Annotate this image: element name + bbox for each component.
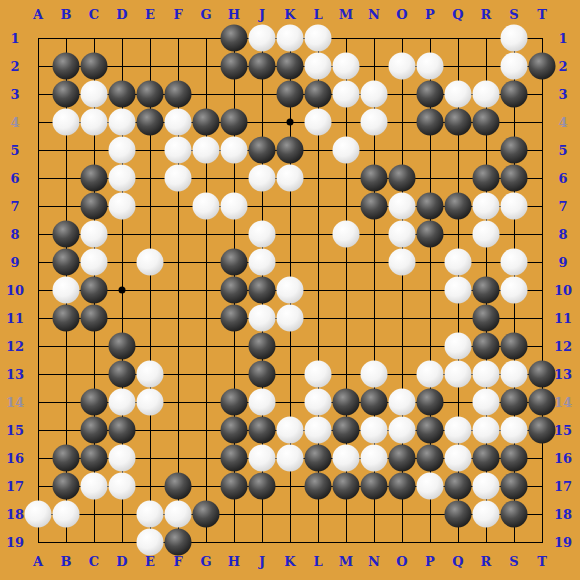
column-label-bottom: N (368, 555, 380, 568)
row-label-left: 1 (10, 32, 19, 45)
stone-black[interactable] (529, 389, 556, 416)
stone-white[interactable] (277, 417, 304, 444)
stone-black[interactable] (445, 109, 472, 136)
stone-white[interactable] (473, 501, 500, 528)
stone-black[interactable] (473, 277, 500, 304)
stone-black[interactable] (249, 137, 276, 164)
column-label-bottom: O (396, 555, 407, 568)
column-label-bottom: B (61, 555, 72, 568)
column-label-top: K (284, 8, 295, 21)
column-label-top: Q (452, 8, 463, 21)
row-label-left: 7 (10, 200, 19, 213)
stone-white[interactable] (221, 193, 248, 220)
stone-black[interactable] (249, 277, 276, 304)
stone-white[interactable] (389, 53, 416, 80)
stone-black[interactable] (445, 501, 472, 528)
row-label-left: 2 (10, 60, 19, 73)
stone-black[interactable] (221, 417, 248, 444)
stone-white[interactable] (277, 445, 304, 472)
column-label-bottom: J (259, 555, 265, 568)
stone-white[interactable] (249, 389, 276, 416)
stone-black[interactable] (473, 333, 500, 360)
column-label-bottom: A (33, 555, 43, 568)
stone-white[interactable] (333, 221, 360, 248)
row-label-right: 18 (554, 508, 572, 521)
column-label-top: C (89, 8, 99, 21)
stone-white[interactable] (193, 137, 220, 164)
row-label-left: 17 (6, 480, 24, 493)
row-label-left: 10 (6, 284, 24, 297)
stone-black[interactable] (81, 165, 108, 192)
stone-white[interactable] (389, 249, 416, 276)
stone-black[interactable] (529, 53, 556, 80)
row-label-left: 16 (6, 452, 24, 465)
column-label-bottom: R (481, 555, 492, 568)
stone-white[interactable] (109, 445, 136, 472)
stone-white[interactable] (501, 193, 528, 220)
stone-white[interactable] (137, 361, 164, 388)
stone-black[interactable] (221, 109, 248, 136)
column-label-top: E (145, 8, 155, 21)
column-label-top: P (425, 8, 435, 21)
stone-white[interactable] (305, 389, 332, 416)
stone-white[interactable] (109, 193, 136, 220)
stone-white[interactable] (473, 193, 500, 220)
stone-black[interactable] (473, 109, 500, 136)
stone-white[interactable] (389, 389, 416, 416)
stone-white[interactable] (417, 473, 444, 500)
stone-white[interactable] (249, 249, 276, 276)
stone-black[interactable] (137, 81, 164, 108)
stone-black[interactable] (81, 53, 108, 80)
row-label-right: 11 (554, 312, 572, 325)
stone-black[interactable] (221, 305, 248, 332)
stone-black[interactable] (333, 389, 360, 416)
stone-white[interactable] (277, 305, 304, 332)
stone-white[interactable] (389, 417, 416, 444)
stone-white[interactable] (305, 361, 332, 388)
stone-black[interactable] (305, 81, 332, 108)
stone-white[interactable] (333, 81, 360, 108)
column-label-bottom: F (173, 555, 182, 568)
stone-white[interactable] (445, 333, 472, 360)
stone-white[interactable] (25, 501, 52, 528)
stone-white[interactable] (333, 445, 360, 472)
stone-black[interactable] (221, 389, 248, 416)
star-point (119, 287, 126, 294)
stone-black[interactable] (417, 389, 444, 416)
stone-white[interactable] (473, 81, 500, 108)
row-label-left: 18 (6, 508, 24, 521)
stone-black[interactable] (53, 473, 80, 500)
stone-black[interactable] (81, 445, 108, 472)
stone-white[interactable] (137, 501, 164, 528)
stone-white[interactable] (361, 445, 388, 472)
row-label-left: 19 (6, 536, 24, 549)
stone-black[interactable] (109, 81, 136, 108)
stone-black[interactable] (81, 389, 108, 416)
stone-black[interactable] (529, 361, 556, 388)
stone-black[interactable] (333, 417, 360, 444)
column-label-top: B (61, 8, 72, 21)
stone-black[interactable] (417, 445, 444, 472)
stone-white[interactable] (473, 473, 500, 500)
column-label-top: S (509, 8, 518, 21)
row-label-right: 4 (558, 116, 567, 129)
stone-black[interactable] (109, 333, 136, 360)
stone-black[interactable] (501, 137, 528, 164)
stone-black[interactable] (417, 221, 444, 248)
column-label-top: L (313, 8, 322, 21)
stone-white[interactable] (109, 109, 136, 136)
stone-white[interactable] (249, 445, 276, 472)
stone-white[interactable] (53, 501, 80, 528)
stone-black[interactable] (109, 361, 136, 388)
stone-black[interactable] (53, 249, 80, 276)
column-label-bottom: T (537, 555, 547, 568)
stone-white[interactable] (249, 221, 276, 248)
stone-white[interactable] (361, 81, 388, 108)
stone-white[interactable] (137, 529, 164, 556)
stone-white[interactable] (445, 361, 472, 388)
stone-black[interactable] (361, 165, 388, 192)
row-label-right: 17 (554, 480, 572, 493)
stone-white[interactable] (81, 109, 108, 136)
stone-black[interactable] (389, 473, 416, 500)
stone-white[interactable] (277, 277, 304, 304)
stone-black[interactable] (165, 529, 192, 556)
column-label-top: O (396, 8, 407, 21)
stone-black[interactable] (249, 473, 276, 500)
stone-white[interactable] (137, 249, 164, 276)
stone-white[interactable] (305, 25, 332, 52)
stone-white[interactable] (109, 165, 136, 192)
stone-black[interactable] (53, 221, 80, 248)
row-label-right: 13 (554, 368, 572, 381)
stone-black[interactable] (249, 361, 276, 388)
stone-black[interactable] (53, 445, 80, 472)
stone-black[interactable] (53, 305, 80, 332)
stone-black[interactable] (389, 165, 416, 192)
stone-white[interactable] (81, 249, 108, 276)
column-label-bottom: E (145, 555, 155, 568)
row-label-left: 3 (10, 88, 19, 101)
stone-black[interactable] (389, 445, 416, 472)
stone-white[interactable] (501, 361, 528, 388)
stone-black[interactable] (221, 53, 248, 80)
stone-black[interactable] (445, 473, 472, 500)
row-label-right: 7 (558, 200, 567, 213)
stone-black[interactable] (333, 473, 360, 500)
stone-black[interactable] (417, 417, 444, 444)
stone-black[interactable] (193, 501, 220, 528)
row-label-left: 14 (6, 396, 24, 409)
column-label-bottom: C (89, 555, 99, 568)
stone-white[interactable] (417, 53, 444, 80)
stone-black[interactable] (501, 473, 528, 500)
stone-white[interactable] (81, 473, 108, 500)
stone-white[interactable] (333, 53, 360, 80)
stone-black[interactable] (473, 445, 500, 472)
stone-black[interactable] (417, 109, 444, 136)
column-label-bottom: K (284, 555, 295, 568)
row-label-right: 10 (554, 284, 572, 297)
stone-white[interactable] (333, 137, 360, 164)
stone-white[interactable] (445, 417, 472, 444)
column-label-top: J (259, 8, 265, 21)
stone-white[interactable] (417, 361, 444, 388)
stone-white[interactable] (389, 221, 416, 248)
stone-white[interactable] (249, 25, 276, 52)
stone-white[interactable] (305, 109, 332, 136)
stone-white[interactable] (445, 445, 472, 472)
stone-black[interactable] (81, 417, 108, 444)
stone-black[interactable] (249, 333, 276, 360)
row-label-right: 8 (558, 228, 567, 241)
stone-white[interactable] (501, 249, 528, 276)
stone-black[interactable] (109, 417, 136, 444)
stone-black[interactable] (361, 389, 388, 416)
stone-white[interactable] (109, 389, 136, 416)
stone-black[interactable] (417, 81, 444, 108)
column-label-top: H (228, 8, 240, 21)
stone-black[interactable] (81, 193, 108, 220)
stone-white[interactable] (193, 193, 220, 220)
stone-white[interactable] (109, 137, 136, 164)
stone-white[interactable] (165, 109, 192, 136)
stone-white[interactable] (501, 25, 528, 52)
stone-black[interactable] (221, 445, 248, 472)
stone-white[interactable] (249, 165, 276, 192)
row-label-right: 2 (558, 60, 567, 73)
stone-white[interactable] (221, 137, 248, 164)
stone-black[interactable] (137, 109, 164, 136)
go-board: AABBCCDDEEFFGGHHJJKKLLMMNNOOPPQQRRSSTT11… (0, 0, 580, 580)
stone-black[interactable] (193, 109, 220, 136)
stone-white[interactable] (277, 25, 304, 52)
stone-black[interactable] (501, 389, 528, 416)
stone-black[interactable] (53, 53, 80, 80)
stone-white[interactable] (445, 277, 472, 304)
row-label-right: 6 (558, 172, 567, 185)
stone-white[interactable] (81, 221, 108, 248)
column-label-top: R (481, 8, 492, 21)
stone-white[interactable] (81, 81, 108, 108)
stone-black[interactable] (501, 165, 528, 192)
row-label-left: 8 (10, 228, 19, 241)
stone-white[interactable] (361, 417, 388, 444)
column-label-bottom: M (339, 555, 353, 568)
row-label-left: 11 (6, 312, 24, 325)
stone-white[interactable] (165, 165, 192, 192)
column-label-bottom: G (200, 555, 211, 568)
column-label-bottom: Q (452, 555, 463, 568)
stone-black[interactable] (361, 473, 388, 500)
row-label-left: 12 (6, 340, 24, 353)
column-label-top: F (173, 8, 182, 21)
stone-black[interactable] (165, 81, 192, 108)
stone-black[interactable] (53, 81, 80, 108)
column-label-bottom: S (509, 555, 518, 568)
stone-black[interactable] (473, 305, 500, 332)
stone-black[interactable] (445, 193, 472, 220)
stone-black[interactable] (249, 417, 276, 444)
stone-black[interactable] (277, 53, 304, 80)
stone-white[interactable] (473, 417, 500, 444)
stone-white[interactable] (473, 389, 500, 416)
stone-black[interactable] (501, 81, 528, 108)
stone-white[interactable] (361, 361, 388, 388)
stone-white[interactable] (501, 277, 528, 304)
stone-white[interactable] (501, 53, 528, 80)
column-label-top: N (368, 8, 380, 21)
stone-black[interactable] (501, 333, 528, 360)
row-label-right: 14 (554, 396, 572, 409)
stone-white[interactable] (305, 417, 332, 444)
stone-black[interactable] (249, 53, 276, 80)
row-label-right: 9 (558, 256, 567, 269)
stone-black[interactable] (221, 249, 248, 276)
row-label-left: 6 (10, 172, 19, 185)
stone-black[interactable] (221, 25, 248, 52)
column-label-top: A (33, 8, 43, 21)
column-label-top: D (116, 8, 127, 21)
stone-white[interactable] (165, 501, 192, 528)
stone-black[interactable] (501, 501, 528, 528)
stone-black[interactable] (417, 193, 444, 220)
stone-white[interactable] (445, 81, 472, 108)
row-label-left: 15 (6, 424, 24, 437)
row-label-left: 13 (6, 368, 24, 381)
stone-white[interactable] (165, 137, 192, 164)
stone-black[interactable] (305, 473, 332, 500)
column-label-bottom: D (116, 555, 127, 568)
column-label-bottom: H (228, 555, 240, 568)
stone-black[interactable] (361, 193, 388, 220)
column-label-top: T (537, 8, 547, 21)
row-label-right: 16 (554, 452, 572, 465)
stone-black[interactable] (529, 417, 556, 444)
stone-black[interactable] (165, 473, 192, 500)
stone-white[interactable] (445, 249, 472, 276)
column-label-bottom: P (425, 555, 435, 568)
stone-white[interactable] (305, 53, 332, 80)
stone-white[interactable] (249, 305, 276, 332)
stone-white[interactable] (137, 389, 164, 416)
column-label-bottom: L (313, 555, 322, 568)
stone-black[interactable] (501, 445, 528, 472)
stone-white[interactable] (277, 165, 304, 192)
row-label-right: 5 (558, 144, 567, 157)
stone-white[interactable] (109, 473, 136, 500)
stone-white[interactable] (473, 221, 500, 248)
row-label-left: 5 (10, 144, 19, 157)
row-label-right: 12 (554, 340, 572, 353)
stone-black[interactable] (221, 277, 248, 304)
stone-white[interactable] (473, 361, 500, 388)
stone-white[interactable] (53, 109, 80, 136)
column-label-top: M (339, 8, 353, 21)
stone-black[interactable] (473, 165, 500, 192)
stone-black[interactable] (81, 305, 108, 332)
row-label-left: 4 (10, 116, 19, 129)
stone-white[interactable] (361, 109, 388, 136)
stone-black[interactable] (221, 473, 248, 500)
stone-white[interactable] (53, 277, 80, 304)
stone-black[interactable] (277, 137, 304, 164)
stone-black[interactable] (277, 81, 304, 108)
column-label-top: G (200, 8, 211, 21)
row-label-right: 3 (558, 88, 567, 101)
star-point (287, 119, 294, 126)
stone-white[interactable] (501, 417, 528, 444)
row-label-right: 1 (558, 32, 567, 45)
row-label-right: 19 (554, 536, 572, 549)
row-label-right: 15 (554, 424, 572, 437)
stone-black[interactable] (81, 277, 108, 304)
stone-black[interactable] (305, 445, 332, 472)
row-label-left: 9 (10, 256, 19, 269)
stone-white[interactable] (389, 193, 416, 220)
